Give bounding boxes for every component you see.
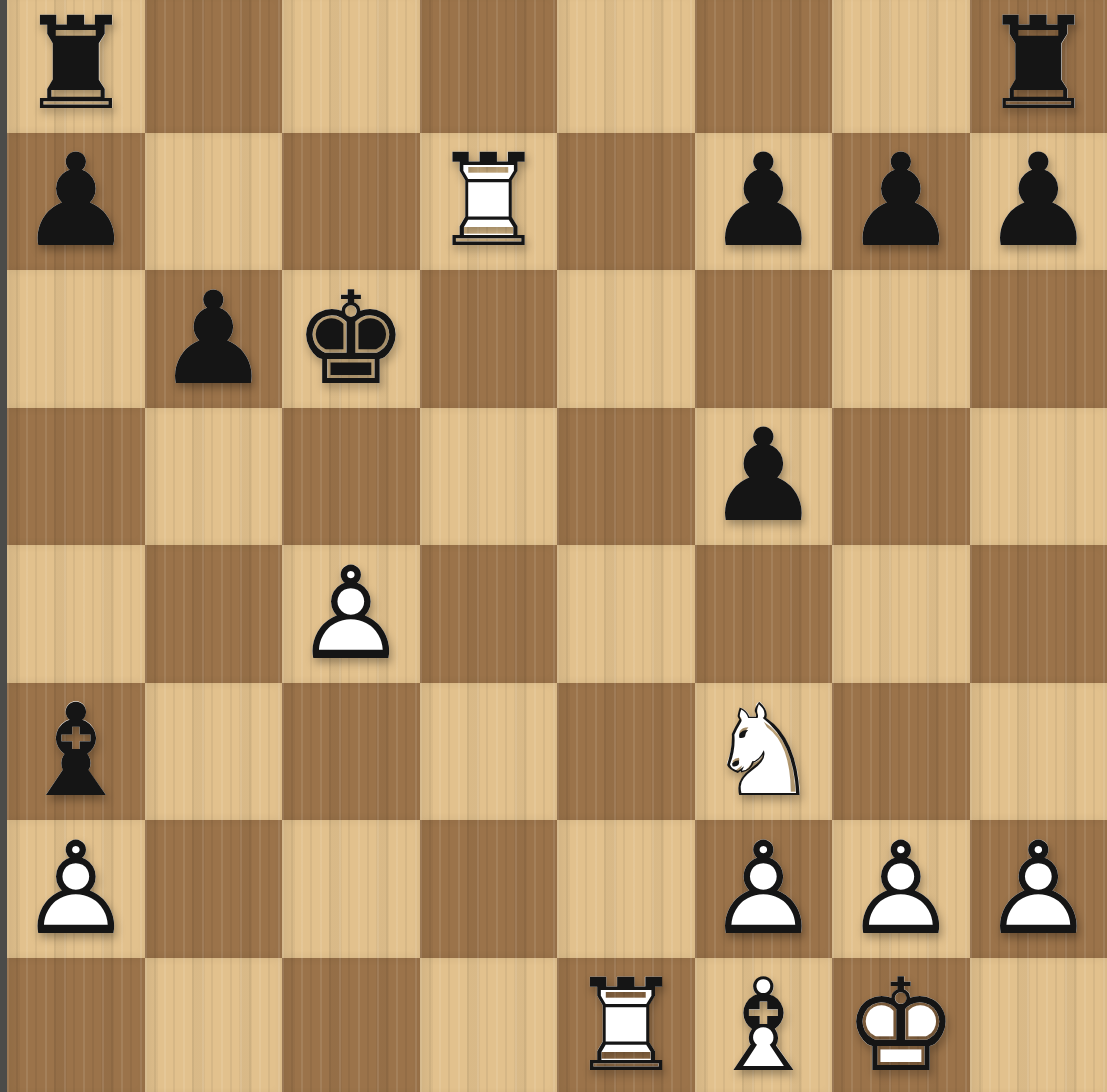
square-g7[interactable]: ♙♟ <box>832 133 970 271</box>
white-rook-glyph-detail: ♖ <box>557 958 695 1092</box>
square-g2[interactable]: ♟♙ <box>832 820 970 958</box>
square-a8[interactable]: ♖♜ <box>7 0 145 133</box>
square-h4[interactable] <box>970 545 1107 683</box>
square-f3[interactable]: ♞♘ <box>695 683 833 821</box>
piece-white-bishop-f1[interactable]: ♝♗ <box>695 958 833 1092</box>
square-d8[interactable] <box>420 0 558 133</box>
piece-black-pawn-f5[interactable]: ♙♟ <box>695 408 833 546</box>
square-b6[interactable]: ♙♟ <box>145 270 283 408</box>
black-king-glyph-detail: ♚ <box>282 270 420 408</box>
square-g3[interactable] <box>832 683 970 821</box>
piece-white-pawn-f2[interactable]: ♟♙ <box>695 820 833 958</box>
piece-white-rook-e1[interactable]: ♜♖ <box>557 958 695 1092</box>
chess-board: ♖♜♖♜♙♟♜♖♙♟♙♟♙♟♙♟♔♚♙♟♟♙♗♝♞♘♟♙♟♙♟♙♟♙♜♖♝♗♚♔ <box>7 0 1107 1092</box>
square-e4[interactable] <box>557 545 695 683</box>
square-a5[interactable] <box>7 408 145 546</box>
piece-white-pawn-c4[interactable]: ♟♙ <box>282 545 420 683</box>
piece-white-rook-d7[interactable]: ♜♖ <box>420 133 558 271</box>
square-c1[interactable] <box>282 958 420 1092</box>
white-pawn-glyph-detail: ♙ <box>282 545 420 683</box>
piece-black-king-c6[interactable]: ♔♚ <box>282 270 420 408</box>
white-king-glyph-detail: ♔ <box>832 958 970 1092</box>
square-d2[interactable] <box>420 820 558 958</box>
square-f5[interactable]: ♙♟ <box>695 408 833 546</box>
black-pawn-glyph-detail: ♟ <box>7 133 145 271</box>
piece-black-pawn-f7[interactable]: ♙♟ <box>695 133 833 271</box>
square-h8[interactable]: ♖♜ <box>970 0 1107 133</box>
square-d1[interactable] <box>420 958 558 1092</box>
piece-black-pawn-b6[interactable]: ♙♟ <box>145 270 283 408</box>
white-bishop-glyph-detail: ♗ <box>695 958 833 1092</box>
black-pawn-glyph-detail: ♟ <box>145 270 283 408</box>
square-d4[interactable] <box>420 545 558 683</box>
square-c6[interactable]: ♔♚ <box>282 270 420 408</box>
square-f2[interactable]: ♟♙ <box>695 820 833 958</box>
square-e8[interactable] <box>557 0 695 133</box>
square-g1[interactable]: ♚♔ <box>832 958 970 1092</box>
square-f8[interactable] <box>695 0 833 133</box>
square-b3[interactable] <box>145 683 283 821</box>
square-e5[interactable] <box>557 408 695 546</box>
black-pawn-glyph-detail: ♟ <box>695 133 833 271</box>
square-b7[interactable] <box>145 133 283 271</box>
piece-white-pawn-a2[interactable]: ♟♙ <box>7 820 145 958</box>
piece-black-pawn-h7[interactable]: ♙♟ <box>970 133 1107 271</box>
square-g8[interactable] <box>832 0 970 133</box>
black-pawn-glyph-detail: ♟ <box>970 133 1107 271</box>
square-c4[interactable]: ♟♙ <box>282 545 420 683</box>
square-a1[interactable] <box>7 958 145 1092</box>
square-a6[interactable] <box>7 270 145 408</box>
piece-black-rook-h8[interactable]: ♖♜ <box>970 0 1107 133</box>
piece-white-knight-f3[interactable]: ♞♘ <box>695 683 833 821</box>
piece-black-pawn-g7[interactable]: ♙♟ <box>832 133 970 271</box>
square-c3[interactable] <box>282 683 420 821</box>
white-pawn-glyph-detail: ♙ <box>7 820 145 958</box>
square-c2[interactable] <box>282 820 420 958</box>
square-g4[interactable] <box>832 545 970 683</box>
white-rook-glyph-detail: ♖ <box>420 133 558 271</box>
square-f6[interactable] <box>695 270 833 408</box>
chess-app-viewport: ♖♜♖♜♙♟♜♖♙♟♙♟♙♟♙♟♔♚♙♟♟♙♗♝♞♘♟♙♟♙♟♙♟♙♜♖♝♗♚♔ <box>0 0 1107 1092</box>
black-rook-glyph-detail: ♜ <box>970 0 1107 133</box>
square-d7[interactable]: ♜♖ <box>420 133 558 271</box>
square-f4[interactable] <box>695 545 833 683</box>
square-h6[interactable] <box>970 270 1107 408</box>
square-a7[interactable]: ♙♟ <box>7 133 145 271</box>
square-h2[interactable]: ♟♙ <box>970 820 1107 958</box>
square-f1[interactable]: ♝♗ <box>695 958 833 1092</box>
square-b8[interactable] <box>145 0 283 133</box>
square-e2[interactable] <box>557 820 695 958</box>
piece-black-rook-a8[interactable]: ♖♜ <box>7 0 145 133</box>
square-e7[interactable] <box>557 133 695 271</box>
square-d3[interactable] <box>420 683 558 821</box>
square-h3[interactable] <box>970 683 1107 821</box>
square-e3[interactable] <box>557 683 695 821</box>
white-pawn-glyph-detail: ♙ <box>970 820 1107 958</box>
square-b1[interactable] <box>145 958 283 1092</box>
square-h5[interactable] <box>970 408 1107 546</box>
piece-white-pawn-h2[interactable]: ♟♙ <box>970 820 1107 958</box>
black-pawn-glyph-detail: ♟ <box>832 133 970 271</box>
square-b4[interactable] <box>145 545 283 683</box>
square-a3[interactable]: ♗♝ <box>7 683 145 821</box>
square-d5[interactable] <box>420 408 558 546</box>
black-pawn-glyph-detail: ♟ <box>695 408 833 546</box>
square-a4[interactable] <box>7 545 145 683</box>
white-pawn-glyph-detail: ♙ <box>695 820 833 958</box>
square-e1[interactable]: ♜♖ <box>557 958 695 1092</box>
black-rook-glyph-detail: ♜ <box>7 0 145 133</box>
square-b2[interactable] <box>145 820 283 958</box>
square-h1[interactable] <box>970 958 1107 1092</box>
square-d6[interactable] <box>420 270 558 408</box>
piece-black-bishop-a3[interactable]: ♗♝ <box>7 683 145 821</box>
white-pawn-glyph-detail: ♙ <box>832 820 970 958</box>
square-b5[interactable] <box>145 408 283 546</box>
piece-white-pawn-g2[interactable]: ♟♙ <box>832 820 970 958</box>
black-bishop-glyph-detail: ♝ <box>7 683 145 821</box>
white-knight-glyph-detail: ♘ <box>695 683 833 821</box>
square-c7[interactable] <box>282 133 420 271</box>
piece-black-pawn-a7[interactable]: ♙♟ <box>7 133 145 271</box>
square-f7[interactable]: ♙♟ <box>695 133 833 271</box>
square-g5[interactable] <box>832 408 970 546</box>
square-e6[interactable] <box>557 270 695 408</box>
square-c5[interactable] <box>282 408 420 546</box>
square-a2[interactable]: ♟♙ <box>7 820 145 958</box>
square-h7[interactable]: ♙♟ <box>970 133 1107 271</box>
square-c8[interactable] <box>282 0 420 133</box>
piece-white-king-g1[interactable]: ♚♔ <box>832 958 970 1092</box>
square-g6[interactable] <box>832 270 970 408</box>
board-gutter-left <box>0 0 7 1092</box>
